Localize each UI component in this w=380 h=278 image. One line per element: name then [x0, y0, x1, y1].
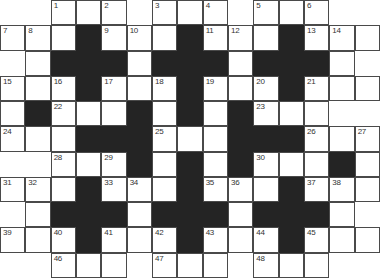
- clue-number: 39: [3, 228, 11, 237]
- grid-cell[interactable]: [355, 76, 380, 101]
- grid-cell[interactable]: [76, 152, 101, 177]
- grid-cell[interactable]: [329, 227, 354, 252]
- grid-cell[interactable]: [203, 253, 228, 278]
- clue-number: 8: [28, 26, 32, 35]
- clue-number: 13: [307, 26, 315, 35]
- black-cell: [101, 126, 126, 151]
- crossword-board: 1234567891011121314151617181920212223242…: [0, 0, 380, 278]
- grid-cell[interactable]: [177, 126, 202, 151]
- clue-number: 45: [307, 228, 315, 237]
- void-cell: [0, 0, 25, 25]
- grid-cell[interactable]: [51, 126, 76, 151]
- clue-number: 31: [3, 178, 11, 187]
- void-cell: [0, 51, 25, 76]
- black-cell: [279, 51, 304, 76]
- clue-number: 28: [54, 153, 62, 162]
- grid-cell[interactable]: 34: [127, 177, 152, 202]
- grid-cell[interactable]: [329, 76, 354, 101]
- grid-cell[interactable]: 48: [253, 253, 278, 278]
- black-cell: [177, 101, 202, 126]
- void-cell: [228, 0, 253, 25]
- void-cell: [329, 253, 354, 278]
- grid-cell[interactable]: 17: [101, 76, 126, 101]
- grid-cell[interactable]: [203, 152, 228, 177]
- grid-cell[interactable]: [76, 253, 101, 278]
- black-cell: [76, 51, 101, 76]
- grid-cell[interactable]: [355, 25, 380, 50]
- grid-cell[interactable]: [253, 25, 278, 50]
- clue-number: 18: [155, 77, 163, 86]
- grid-cell[interactable]: 44: [253, 227, 278, 252]
- clue-number: 38: [332, 178, 340, 187]
- black-cell: [127, 126, 152, 151]
- void-cell: [25, 0, 50, 25]
- grid-cell[interactable]: 1: [51, 0, 76, 25]
- grid-cell[interactable]: 13: [304, 25, 329, 50]
- grid-cell[interactable]: [25, 51, 50, 76]
- black-cell: [228, 101, 253, 126]
- grid-cell[interactable]: [127, 202, 152, 227]
- clue-number: 43: [206, 228, 214, 237]
- grid-cell[interactable]: 6: [304, 0, 329, 25]
- grid-cell[interactable]: [127, 76, 152, 101]
- void-cell: [0, 202, 25, 227]
- black-cell: [177, 76, 202, 101]
- clue-number: 19: [206, 77, 214, 86]
- grid-cell[interactable]: 35: [203, 177, 228, 202]
- clue-number: 24: [3, 127, 11, 136]
- grid-cell[interactable]: 27: [355, 126, 380, 151]
- clue-number: 36: [231, 178, 239, 187]
- black-cell: [152, 202, 177, 227]
- void-cell: [127, 0, 152, 25]
- black-cell: [177, 25, 202, 50]
- grid-cell[interactable]: [51, 177, 76, 202]
- void-cell: [25, 152, 50, 177]
- grid-cell[interactable]: [25, 227, 50, 252]
- grid-cell[interactable]: 41: [101, 227, 126, 252]
- grid-cell[interactable]: 11: [203, 25, 228, 50]
- void-cell: [355, 253, 380, 278]
- grid-cell[interactable]: [304, 253, 329, 278]
- grid-cell[interactable]: 46: [51, 253, 76, 278]
- black-cell: [51, 202, 76, 227]
- black-cell: [253, 126, 278, 151]
- grid-cell[interactable]: 12: [228, 25, 253, 50]
- clue-number: 37: [307, 178, 315, 187]
- grid-cell[interactable]: 4: [203, 0, 228, 25]
- grid-cell[interactable]: 42: [152, 227, 177, 252]
- grid-cell[interactable]: 15: [0, 76, 25, 101]
- grid-cell[interactable]: [228, 51, 253, 76]
- black-cell: [25, 101, 50, 126]
- grid-cell[interactable]: [152, 177, 177, 202]
- clue-number: 23: [256, 102, 264, 111]
- black-cell: [127, 101, 152, 126]
- crossword-grid: 1234567891011121314151617181920212223242…: [0, 0, 380, 278]
- grid-cell[interactable]: [355, 152, 380, 177]
- clue-number: 11: [206, 26, 214, 35]
- clue-number: 41: [104, 228, 112, 237]
- grid-cell[interactable]: [152, 101, 177, 126]
- void-cell: [329, 101, 354, 126]
- grid-cell[interactable]: 29: [101, 152, 126, 177]
- grid-cell[interactable]: [253, 177, 278, 202]
- grid-cell[interactable]: [51, 25, 76, 50]
- black-cell: [127, 152, 152, 177]
- clue-number: 7: [3, 26, 7, 35]
- void-cell: [329, 0, 354, 25]
- grid-cell[interactable]: 10: [127, 25, 152, 50]
- grid-cell[interactable]: 31: [0, 177, 25, 202]
- black-cell: [177, 202, 202, 227]
- black-cell: [304, 202, 329, 227]
- black-cell: [177, 51, 202, 76]
- clue-number: 21: [307, 77, 315, 86]
- grid-cell[interactable]: [279, 253, 304, 278]
- clue-number: 16: [54, 77, 62, 86]
- clue-number: 22: [54, 102, 62, 111]
- clue-number: 20: [256, 77, 264, 86]
- black-cell: [304, 51, 329, 76]
- clue-number: 34: [130, 178, 138, 187]
- grid-cell[interactable]: 43: [203, 227, 228, 252]
- black-cell: [228, 152, 253, 177]
- grid-cell[interactable]: [25, 126, 50, 151]
- void-cell: [0, 152, 25, 177]
- clue-number: 30: [256, 153, 264, 162]
- black-cell: [177, 227, 202, 252]
- grid-cell[interactable]: [203, 126, 228, 151]
- grid-cell[interactable]: 7: [0, 25, 25, 50]
- grid-cell[interactable]: 18: [152, 76, 177, 101]
- black-cell: [76, 126, 101, 151]
- black-cell: [51, 51, 76, 76]
- grid-cell[interactable]: [101, 101, 126, 126]
- grid-cell[interactable]: [127, 51, 152, 76]
- grid-cell[interactable]: 21: [304, 76, 329, 101]
- clue-number: 32: [28, 178, 36, 187]
- grid-cell[interactable]: [76, 0, 101, 25]
- black-cell: [101, 51, 126, 76]
- grid-cell[interactable]: [152, 25, 177, 50]
- void-cell: [127, 253, 152, 278]
- void-cell: [355, 202, 380, 227]
- grid-cell[interactable]: 23: [253, 101, 278, 126]
- black-cell: [76, 25, 101, 50]
- grid-cell[interactable]: [304, 101, 329, 126]
- clue-number: 1: [54, 1, 58, 10]
- black-cell: [279, 126, 304, 151]
- clue-number: 2: [104, 1, 108, 10]
- grid-cell[interactable]: 20: [253, 76, 278, 101]
- void-cell: [355, 0, 380, 25]
- black-cell: [177, 177, 202, 202]
- grid-cell[interactable]: 3: [152, 0, 177, 25]
- grid-cell[interactable]: 33: [101, 177, 126, 202]
- clue-number: 35: [206, 178, 214, 187]
- grid-cell[interactable]: [0, 101, 25, 126]
- grid-cell[interactable]: 19: [203, 76, 228, 101]
- grid-cell[interactable]: 38: [329, 177, 354, 202]
- clue-number: 9: [104, 26, 108, 35]
- grid-cell[interactable]: [228, 76, 253, 101]
- grid-cell[interactable]: 2: [101, 0, 126, 25]
- grid-cell[interactable]: [329, 51, 354, 76]
- grid-cell[interactable]: 26: [304, 126, 329, 151]
- clue-number: 26: [307, 127, 315, 136]
- grid-cell[interactable]: [76, 101, 101, 126]
- grid-cell[interactable]: 14: [329, 25, 354, 50]
- black-cell: [279, 25, 304, 50]
- clue-number: 12: [231, 26, 239, 35]
- grid-cell[interactable]: 25: [152, 126, 177, 151]
- clue-number: 27: [358, 127, 366, 136]
- clue-number: 3: [155, 1, 159, 10]
- grid-cell[interactable]: 24: [0, 126, 25, 151]
- black-cell: [279, 76, 304, 101]
- void-cell: [355, 51, 380, 76]
- clue-number: 17: [104, 77, 112, 86]
- clue-number: 44: [256, 228, 264, 237]
- clue-number: 25: [155, 127, 163, 136]
- grid-cell[interactable]: 39: [0, 227, 25, 252]
- grid-cell[interactable]: 30: [253, 152, 278, 177]
- grid-cell[interactable]: [355, 177, 380, 202]
- void-cell: [228, 253, 253, 278]
- grid-cell[interactable]: [304, 152, 329, 177]
- grid-cell[interactable]: [101, 253, 126, 278]
- black-cell: [279, 202, 304, 227]
- grid-cell[interactable]: 40: [51, 227, 76, 252]
- grid-cell[interactable]: [329, 126, 354, 151]
- grid-cell[interactable]: 28: [51, 152, 76, 177]
- grid-cell[interactable]: 45: [304, 227, 329, 252]
- grid-cell[interactable]: [25, 202, 50, 227]
- grid-cell[interactable]: 9: [101, 25, 126, 50]
- grid-cell[interactable]: [177, 0, 202, 25]
- grid-cell[interactable]: [177, 253, 202, 278]
- grid-cell[interactable]: [355, 227, 380, 252]
- clue-number: 48: [256, 254, 264, 263]
- black-cell: [76, 227, 101, 252]
- clue-number: 10: [130, 26, 138, 35]
- grid-cell[interactable]: [152, 152, 177, 177]
- black-cell: [228, 126, 253, 151]
- grid-cell[interactable]: 8: [25, 25, 50, 50]
- black-cell: [253, 51, 278, 76]
- clue-number: 5: [256, 1, 260, 10]
- void-cell: [0, 253, 25, 278]
- clue-number: 46: [54, 254, 62, 263]
- clue-number: 47: [155, 254, 163, 263]
- black-cell: [76, 202, 101, 227]
- black-cell: [76, 76, 101, 101]
- grid-cell[interactable]: 16: [51, 76, 76, 101]
- clue-number: 29: [104, 153, 112, 162]
- black-cell: [76, 177, 101, 202]
- clue-number: 4: [206, 1, 210, 10]
- black-cell: [177, 152, 202, 177]
- grid-cell[interactable]: 37: [304, 177, 329, 202]
- grid-cell[interactable]: 36: [228, 177, 253, 202]
- grid-cell[interactable]: [203, 101, 228, 126]
- void-cell: [355, 101, 380, 126]
- grid-cell[interactable]: [279, 0, 304, 25]
- black-cell: [203, 51, 228, 76]
- clue-number: 40: [54, 228, 62, 237]
- void-cell: [25, 253, 50, 278]
- grid-cell[interactable]: [228, 227, 253, 252]
- black-cell: [253, 202, 278, 227]
- grid-cell[interactable]: 22: [51, 101, 76, 126]
- black-cell: [152, 51, 177, 76]
- grid-cell[interactable]: [228, 202, 253, 227]
- grid-cell[interactable]: [127, 227, 152, 252]
- black-cell: [279, 177, 304, 202]
- grid-cell[interactable]: [279, 152, 304, 177]
- clue-number: 14: [332, 26, 340, 35]
- grid-cell[interactable]: [329, 202, 354, 227]
- grid-cell[interactable]: 47: [152, 253, 177, 278]
- grid-cell[interactable]: 32: [25, 177, 50, 202]
- grid-cell[interactable]: [25, 76, 50, 101]
- clue-number: 42: [155, 228, 163, 237]
- black-cell: [101, 202, 126, 227]
- clue-number: 33: [104, 178, 112, 187]
- black-cell: [279, 227, 304, 252]
- grid-cell[interactable]: [279, 101, 304, 126]
- clue-number: 6: [307, 1, 311, 10]
- black-cell: [203, 202, 228, 227]
- black-cell: [329, 152, 354, 177]
- grid-cell[interactable]: 5: [253, 0, 278, 25]
- clue-number: 15: [3, 77, 11, 86]
